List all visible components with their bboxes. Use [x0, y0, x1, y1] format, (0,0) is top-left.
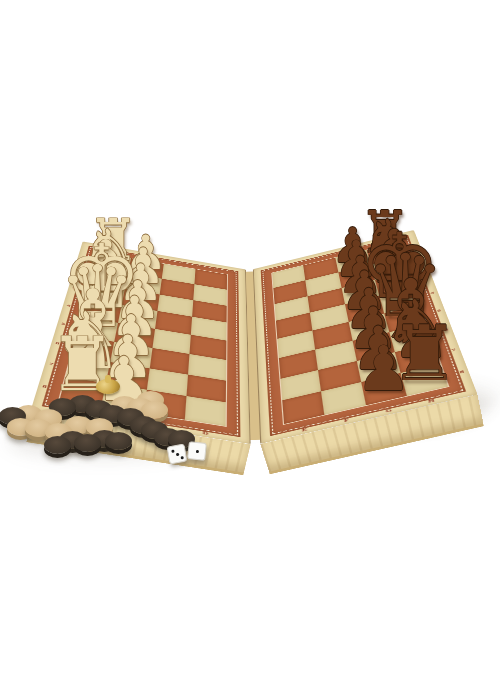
checker-disc-dark[interactable] [74, 434, 101, 452]
die-pip [180, 456, 183, 459]
checker-disc-dark[interactable] [105, 432, 132, 450]
die-pip [171, 449, 174, 452]
product-photo-scene: ABCD 12345678 EFGH 12345678 ♜♞♝♛♚♝♞♜♟♟♟♟… [0, 0, 500, 700]
die-showing-3[interactable] [167, 444, 188, 465]
die-pip [195, 449, 198, 452]
accessories-layer [0, 0, 500, 700]
checker-disc-dark[interactable] [44, 436, 71, 454]
die-showing-1[interactable] [187, 441, 207, 461]
die-pip [175, 452, 178, 455]
